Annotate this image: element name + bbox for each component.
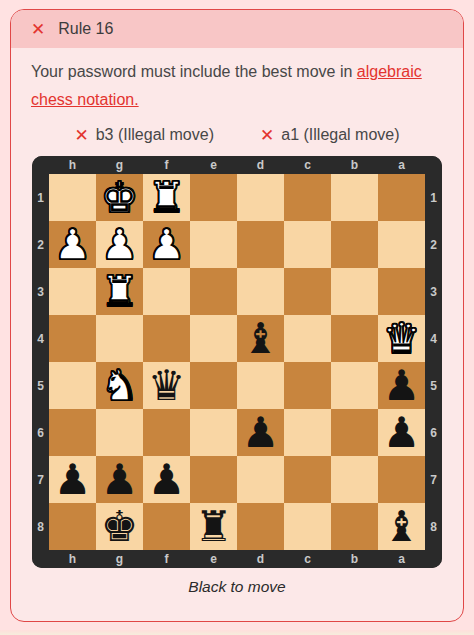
rule-card-header: ✕ Rule 16 (11, 10, 463, 48)
square-h2: ♟ (49, 221, 96, 268)
rank-label-8: 8 (32, 503, 49, 550)
square-b7 (331, 456, 378, 503)
square-a8: ♝ (378, 503, 425, 550)
square-d1 (237, 174, 284, 221)
file-label-a: a (378, 156, 425, 174)
file-label-c: c (284, 550, 331, 568)
error-label: b3 (Illegal move) (96, 126, 214, 144)
square-c2 (284, 221, 331, 268)
square-a6: ♟ (378, 409, 425, 456)
piece-white-rook-f1: ♜ (148, 177, 186, 219)
piece-white-king-g1: ♚ (101, 177, 139, 219)
rank-label-5: 5 (32, 362, 49, 409)
square-a1 (378, 174, 425, 221)
square-d5 (237, 362, 284, 409)
square-a2 (378, 221, 425, 268)
board-corner (32, 156, 49, 174)
rank-label-6: 6 (425, 409, 442, 456)
file-label-a: a (378, 550, 425, 568)
square-d4: ♝ (237, 315, 284, 362)
square-g2: ♟ (96, 221, 143, 268)
file-label-f: f (143, 156, 190, 174)
square-g4 (96, 315, 143, 362)
error-item-a1: ✕a1 (Illegal move) (260, 126, 400, 144)
square-b3 (331, 268, 378, 315)
rule-title: Rule 16 (58, 20, 113, 38)
file-label-g: g (96, 156, 143, 174)
piece-black-bishop-a8: ♝ (383, 506, 421, 548)
rank-label-3: 3 (425, 268, 442, 315)
square-a4: ♛ (378, 315, 425, 362)
rule-fail-x-icon: ✕ (31, 21, 45, 38)
rank-label-5: 5 (425, 362, 442, 409)
square-c4 (284, 315, 331, 362)
board-corner (425, 550, 442, 568)
square-f2: ♟ (143, 221, 190, 268)
file-label-b: b (331, 156, 378, 174)
square-e5 (190, 362, 237, 409)
square-a3 (378, 268, 425, 315)
chess-board: hgfedcba1♚♜12♟♟♟23♜34♝♛45♞♛♟56♟♟67♟♟♟78♚… (32, 156, 442, 568)
piece-white-rook-g3: ♜ (101, 271, 139, 313)
piece-black-pawn-f7: ♟ (148, 459, 186, 501)
piece-black-pawn-d6: ♟ (242, 412, 280, 454)
rank-label-3: 3 (32, 268, 49, 315)
file-label-e: e (190, 156, 237, 174)
square-h7: ♟ (49, 456, 96, 503)
file-label-c: c (284, 156, 331, 174)
square-d6: ♟ (237, 409, 284, 456)
square-c5 (284, 362, 331, 409)
rank-label-8: 8 (425, 503, 442, 550)
piece-black-king-g8: ♚ (101, 506, 139, 548)
error-item-b3: ✕b3 (Illegal move) (74, 126, 214, 144)
square-f3 (143, 268, 190, 315)
square-e7 (190, 456, 237, 503)
error-label: a1 (Illegal move) (281, 126, 399, 144)
square-e3 (190, 268, 237, 315)
rule-description: Your password must include the best move… (31, 58, 443, 114)
rank-label-4: 4 (32, 315, 49, 362)
rank-label-4: 4 (425, 315, 442, 362)
square-f7: ♟ (143, 456, 190, 503)
piece-white-knight-g5: ♞ (101, 365, 139, 407)
square-c6 (284, 409, 331, 456)
square-c7 (284, 456, 331, 503)
square-a7 (378, 456, 425, 503)
file-label-b: b (331, 550, 378, 568)
file-label-f: f (143, 550, 190, 568)
piece-black-bishop-d4: ♝ (242, 318, 280, 360)
turn-indicator: Black to move (31, 578, 443, 596)
file-label-e: e (190, 550, 237, 568)
square-f1: ♜ (143, 174, 190, 221)
square-e2 (190, 221, 237, 268)
square-b2 (331, 221, 378, 268)
square-f5: ♛ (143, 362, 190, 409)
piece-white-queen-a4: ♛ (383, 318, 421, 360)
piece-black-pawn-a6: ♟ (383, 412, 421, 454)
square-d2 (237, 221, 284, 268)
square-h1 (49, 174, 96, 221)
square-c3 (284, 268, 331, 315)
square-f8 (143, 503, 190, 550)
piece-black-pawn-g7: ♟ (101, 459, 139, 501)
square-c1 (284, 174, 331, 221)
square-g1: ♚ (96, 174, 143, 221)
square-g7: ♟ (96, 456, 143, 503)
file-label-h: h (49, 156, 96, 174)
square-b4 (331, 315, 378, 362)
square-e4 (190, 315, 237, 362)
board-corner (425, 156, 442, 174)
square-h6 (49, 409, 96, 456)
square-b8 (331, 503, 378, 550)
piece-black-pawn-a5: ♟ (383, 365, 421, 407)
square-g5: ♞ (96, 362, 143, 409)
square-b1 (331, 174, 378, 221)
rank-label-7: 7 (32, 456, 49, 503)
rank-label-2: 2 (32, 221, 49, 268)
piece-white-pawn-f2: ♟ (148, 224, 186, 266)
rank-label-7: 7 (425, 456, 442, 503)
rank-label-1: 1 (32, 174, 49, 221)
page-bottom-strip (0, 630, 474, 635)
square-e1 (190, 174, 237, 221)
error-x-icon: ✕ (260, 127, 274, 144)
error-x-icon: ✕ (74, 127, 88, 144)
rule-card-body: Your password must include the best move… (11, 48, 463, 596)
square-d8 (237, 503, 284, 550)
piece-white-pawn-h2: ♟ (54, 224, 92, 266)
rank-label-2: 2 (425, 221, 442, 268)
square-c8 (284, 503, 331, 550)
piece-black-rook-e8: ♜ (195, 506, 233, 548)
file-label-d: d (237, 156, 284, 174)
square-e6 (190, 409, 237, 456)
square-f4 (143, 315, 190, 362)
square-g6 (96, 409, 143, 456)
file-label-g: g (96, 550, 143, 568)
square-d7 (237, 456, 284, 503)
square-h3 (49, 268, 96, 315)
piece-white-pawn-g2: ♟ (101, 224, 139, 266)
file-label-h: h (49, 550, 96, 568)
square-h5 (49, 362, 96, 409)
rank-label-1: 1 (425, 174, 442, 221)
square-b6 (331, 409, 378, 456)
square-d3 (237, 268, 284, 315)
piece-black-queen-f5: ♛ (148, 365, 186, 407)
board-corner (32, 550, 49, 568)
square-e8: ♜ (190, 503, 237, 550)
rank-label-6: 6 (32, 409, 49, 456)
square-g8: ♚ (96, 503, 143, 550)
square-f6 (143, 409, 190, 456)
file-label-d: d (237, 550, 284, 568)
square-b5 (331, 362, 378, 409)
square-g3: ♜ (96, 268, 143, 315)
rule-card: ✕ Rule 16 Your password must include the… (10, 9, 464, 622)
square-a5: ♟ (378, 362, 425, 409)
piece-black-pawn-h7: ♟ (54, 459, 92, 501)
rule-description-text: Your password must include the best move… (31, 63, 357, 80)
error-list: ✕b3 (Illegal move)✕a1 (Illegal move) (31, 124, 443, 146)
square-h8 (49, 503, 96, 550)
square-h4 (49, 315, 96, 362)
